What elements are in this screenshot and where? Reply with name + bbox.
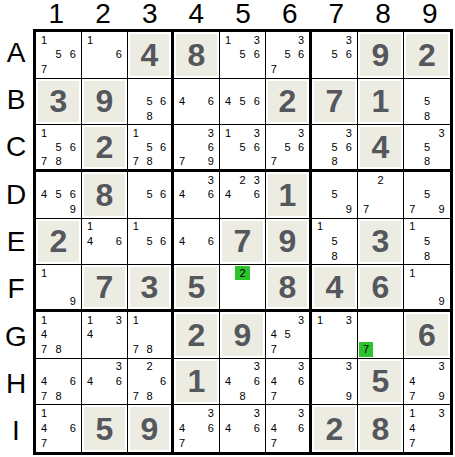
candidate-7: 7 [267, 62, 281, 77]
candidate-8: 8 [143, 389, 157, 404]
solved-cell-background: 1 [176, 361, 217, 403]
candidate-1: 1 [313, 313, 327, 328]
cell-B9[interactable]: 58 [404, 79, 450, 126]
cell-A6[interactable]: 3567 [266, 32, 312, 79]
cell-E3[interactable]: 156 [128, 219, 174, 266]
cell-F6[interactable]: 8 [266, 265, 312, 312]
solved-digit: 5 [188, 271, 206, 303]
candidate-7: 7 [267, 389, 281, 404]
cell-G2[interactable]: 134 [82, 312, 128, 359]
solved-digit: 6 [418, 319, 436, 351]
candidate-6: 6 [294, 374, 308, 389]
candidate-4: 4 [267, 374, 281, 389]
cell-A3[interactable]: 4 [128, 32, 174, 79]
cell-E6[interactable]: 9 [266, 219, 312, 266]
solved-cell-background: 5 [360, 361, 401, 403]
cell-F1[interactable]: 19 [36, 265, 82, 312]
cell-A5[interactable]: 1356 [220, 32, 266, 79]
cell-B8[interactable]: 1 [358, 79, 404, 126]
row-label-H: H [0, 360, 32, 407]
cell-C1[interactable]: 15678 [36, 125, 82, 172]
candidate-1: 1 [405, 220, 420, 235]
solved-cell-background: 2 [406, 34, 448, 76]
cell-F9[interactable]: 19 [404, 265, 450, 312]
row-label-B: B [0, 76, 32, 123]
candidate-4: 4 [37, 421, 51, 436]
candidate-6: 6 [112, 374, 126, 389]
cell-I1[interactable]: 1467 [36, 405, 82, 452]
candidate-7: 7 [37, 389, 51, 404]
cell-D4[interactable]: 346 [174, 172, 220, 219]
pencil-marks: 3567 [266, 32, 309, 78]
candidate-2-highlighted: 2 [235, 266, 249, 280]
candidate-6: 6 [156, 94, 170, 109]
pencil-marks: 56 [128, 172, 171, 218]
cell-D9[interactable]: 579 [404, 172, 450, 219]
candidate-6: 6 [294, 48, 308, 63]
solved-cell-background: 8 [268, 267, 307, 307]
candidate-2: 2 [143, 360, 157, 375]
pencil-marks: 19 [404, 265, 450, 309]
cell-A7[interactable]: 356 [312, 32, 358, 79]
pencil-marks: 1467 [36, 405, 81, 452]
candidate-9: 9 [204, 154, 218, 168]
candidate-7: 7 [37, 154, 51, 168]
cell-A9[interactable]: 2 [404, 32, 450, 79]
pencil-marks: 3467 [266, 359, 309, 405]
candidate-8: 8 [420, 154, 435, 168]
candidate-1: 1 [37, 33, 51, 48]
cell-E1[interactable]: 2 [36, 219, 82, 266]
candidate-9: 9 [434, 294, 449, 308]
candidate-8: 8 [143, 109, 157, 124]
candidate-8: 8 [143, 154, 157, 168]
cell-B4[interactable]: 46 [174, 79, 220, 126]
cell-A2[interactable]: 16 [82, 32, 128, 79]
candidate-3: 3 [250, 126, 264, 140]
cell-B2[interactable]: 9 [82, 79, 128, 126]
pencil-marks: 2346 [220, 172, 265, 218]
candidate-4: 4 [175, 421, 189, 436]
candidate-7: 7 [267, 342, 281, 357]
candidate-6: 6 [204, 421, 218, 436]
candidate-6: 6 [294, 140, 308, 154]
candidate-8: 8 [143, 342, 157, 357]
candidate-7: 7 [359, 202, 373, 217]
pencil-marks: 356 [312, 32, 357, 78]
cell-F4[interactable]: 5 [174, 265, 220, 312]
candidate-7: 7 [267, 436, 281, 451]
pencil-marks: 4569 [36, 172, 81, 218]
candidate-6: 6 [204, 140, 218, 154]
cell-H5[interactable]: 3468 [220, 359, 266, 406]
solved-digit: 4 [372, 131, 390, 163]
pencil-marks: 59 [312, 172, 357, 218]
cell-A4[interactable]: 8 [174, 32, 220, 79]
candidate-2: 2 [373, 173, 387, 188]
candidate-7: 7 [129, 389, 143, 404]
candidate-5: 5 [143, 234, 157, 249]
solved-digit: 2 [418, 39, 436, 71]
pencil-marks: 346 [82, 359, 127, 405]
cell-E5[interactable]: 7 [220, 219, 266, 266]
row-label-E: E [0, 218, 32, 265]
col-label-5: 5 [220, 0, 267, 28]
pencil-marks: 146 [82, 219, 127, 265]
pencil-marks: 3457 [266, 312, 309, 358]
cell-F8[interactable]: 6 [358, 265, 404, 312]
row-label-D: D [0, 171, 32, 218]
cell-A8[interactable]: 9 [358, 32, 404, 79]
cell-E4[interactable]: 46 [174, 219, 220, 266]
cell-H4[interactable]: 1 [174, 359, 220, 406]
candidate-6: 6 [342, 48, 356, 63]
candidate-5: 5 [327, 48, 341, 63]
pencil-marks: 13 [312, 312, 357, 358]
cell-E9[interactable]: 158 [404, 219, 450, 266]
candidate-4: 4 [221, 421, 235, 436]
candidate-4: 4 [175, 94, 189, 109]
pencil-marks: 178 [128, 312, 171, 358]
candidate-4: 4 [83, 234, 97, 249]
pencil-marks: 19 [36, 265, 81, 309]
candidate-7: 7 [37, 62, 51, 77]
candidate-9: 9 [434, 389, 449, 404]
candidate-4: 4 [37, 188, 51, 203]
solved-digit: 7 [326, 85, 344, 117]
pencil-marks: 1567 [36, 32, 81, 78]
col-label-9: 9 [406, 0, 453, 28]
candidate-1: 1 [83, 220, 97, 235]
cell-A1[interactable]: 1567 [36, 32, 82, 79]
candidate-1: 1 [83, 33, 97, 48]
candidate-7: 7 [129, 154, 143, 168]
candidate-5: 5 [281, 140, 295, 154]
pencil-marks: 16 [82, 32, 127, 78]
sudoku-grid: 1567164813563567356923956846456271581567… [33, 29, 453, 455]
candidate-4: 4 [37, 328, 51, 343]
col-label-4: 4 [173, 0, 220, 28]
cell-H6[interactable]: 3467 [266, 359, 312, 406]
candidate-3: 3 [342, 360, 356, 375]
candidate-6: 6 [156, 140, 170, 154]
pencil-marks: 1478 [36, 312, 81, 358]
candidate-3: 3 [294, 126, 308, 140]
candidate-6: 6 [112, 234, 126, 249]
candidate-7: 7 [267, 154, 281, 168]
pencil-marks: 15678 [128, 125, 171, 169]
cell-H8[interactable]: 5 [358, 359, 404, 406]
cell-B3[interactable]: 568 [128, 79, 174, 126]
pencil-marks: 579 [404, 172, 450, 218]
pencil-marks: 568 [128, 79, 171, 125]
cell-I7[interactable]: 2 [312, 405, 358, 452]
candidate-8: 8 [420, 109, 435, 124]
candidate-1: 1 [405, 266, 420, 280]
cell-I9[interactable]: 1347 [404, 405, 450, 452]
solved-cell-background: 7 [84, 267, 125, 307]
candidate-5: 5 [143, 140, 157, 154]
cell-F3[interactable]: 3 [128, 265, 174, 312]
row-labels: ABCDEFGHI [0, 29, 32, 455]
candidate-3: 3 [434, 360, 449, 375]
cell-G3[interactable]: 178 [128, 312, 174, 359]
solved-cell-background: 2 [314, 407, 355, 450]
candidate-5: 5 [420, 234, 435, 249]
solved-digit: 9 [234, 319, 252, 351]
solved-cell-background: 8 [176, 34, 217, 76]
solved-cell-background: 1 [360, 81, 401, 123]
candidate-6: 6 [250, 188, 264, 203]
candidate-5: 5 [235, 48, 249, 63]
pencil-marks: 39 [312, 359, 357, 405]
candidate-5: 5 [235, 140, 249, 154]
cell-D6[interactable]: 1 [266, 172, 312, 219]
candidate-6: 6 [66, 48, 80, 63]
cell-D7[interactable]: 59 [312, 172, 358, 219]
solved-digit: 4 [141, 39, 159, 71]
candidate-7: 7 [37, 342, 51, 357]
col-label-7: 7 [313, 0, 360, 28]
candidate-1: 1 [221, 126, 235, 140]
cell-C2[interactable]: 2 [82, 125, 128, 172]
candidate-9: 9 [66, 202, 80, 217]
cell-B6[interactable]: 2 [266, 79, 312, 126]
cell-H1[interactable]: 4678 [36, 359, 82, 406]
cell-G7[interactable]: 13 [312, 312, 358, 359]
col-label-8: 8 [360, 0, 407, 28]
cell-D5[interactable]: 2346 [220, 172, 266, 219]
pencil-marks: 3468 [220, 359, 265, 405]
cell-C7[interactable]: 3568 [312, 125, 358, 172]
candidate-4: 4 [267, 421, 281, 436]
pencil-marks: 1356 [220, 32, 265, 78]
cell-F7[interactable]: 4 [312, 265, 358, 312]
pencil-marks: 1347 [404, 405, 450, 452]
pencil-marks: 58 [404, 79, 450, 125]
pencil-marks: 2 [220, 265, 265, 309]
candidate-9: 9 [342, 389, 356, 404]
candidate-7: 7 [37, 436, 51, 451]
pencil-marks: 3479 [404, 359, 450, 405]
cell-I5[interactable]: 346 [220, 405, 266, 452]
column-labels: 123456789 [33, 0, 453, 28]
cell-D2[interactable]: 8 [82, 172, 128, 219]
solved-digit: 8 [279, 271, 297, 303]
cell-I8[interactable]: 8 [358, 405, 404, 452]
cell-C3[interactable]: 15678 [128, 125, 174, 172]
candidate-5: 5 [235, 94, 249, 109]
cell-I2[interactable]: 5 [82, 405, 128, 452]
candidate-5: 5 [281, 328, 295, 343]
candidate-1: 1 [405, 406, 420, 421]
cell-G9[interactable]: 6 [404, 312, 450, 359]
cell-D1[interactable]: 4569 [36, 172, 82, 219]
candidate-5: 5 [51, 48, 65, 63]
candidate-6: 6 [204, 94, 218, 109]
solved-cell-background: 3 [38, 81, 79, 123]
candidate-1: 1 [129, 220, 143, 235]
solved-cell-background: 5 [84, 407, 125, 450]
candidate-5: 5 [143, 94, 157, 109]
pencil-marks: 3567 [266, 125, 309, 169]
candidate-8: 8 [327, 154, 341, 168]
solved-digit: 3 [141, 271, 159, 303]
cell-H3[interactable]: 2678 [128, 359, 174, 406]
candidate-6: 6 [66, 140, 80, 154]
solved-cell-background: 4 [130, 34, 169, 76]
candidate-4: 4 [405, 421, 420, 436]
candidate-6: 6 [204, 188, 218, 203]
candidate-6: 6 [156, 234, 170, 249]
pencil-marks: 3679 [174, 125, 219, 169]
row-label-A: A [0, 29, 32, 76]
solved-cell-background: 6 [360, 267, 401, 307]
candidate-7: 7 [175, 436, 189, 451]
row-label-I: I [0, 408, 32, 455]
cell-G1[interactable]: 1478 [36, 312, 82, 359]
col-label-1: 1 [33, 0, 80, 28]
candidate-7: 7 [405, 436, 420, 451]
candidate-8: 8 [51, 154, 65, 168]
cell-H2[interactable]: 346 [82, 359, 128, 406]
pencil-marks: 3467 [174, 405, 219, 452]
cell-F2[interactable]: 7 [82, 265, 128, 312]
solved-digit: 1 [372, 85, 390, 117]
cell-C6[interactable]: 3567 [266, 125, 312, 172]
candidate-6: 6 [66, 374, 80, 389]
solved-digit: 8 [188, 39, 206, 71]
candidate-3: 3 [342, 33, 356, 48]
cell-H9[interactable]: 3479 [404, 359, 450, 406]
cell-E8[interactable]: 3 [358, 219, 404, 266]
pencil-marks: 7 [358, 312, 403, 358]
solved-digit: 5 [372, 365, 390, 397]
candidate-5: 5 [143, 188, 157, 203]
cell-G5[interactable]: 9 [220, 312, 266, 359]
cell-I6[interactable]: 3467 [266, 405, 312, 452]
candidate-5: 5 [420, 140, 435, 154]
cell-E2[interactable]: 146 [82, 219, 128, 266]
pencil-marks: 158 [312, 219, 357, 265]
solved-digit: 2 [326, 413, 344, 445]
candidate-4: 4 [221, 94, 235, 109]
cell-C5[interactable]: 1356 [220, 125, 266, 172]
candidate-1: 1 [37, 406, 51, 421]
candidate-6: 6 [66, 188, 80, 203]
cell-D8[interactable]: 27 [358, 172, 404, 219]
candidate-4: 4 [221, 188, 235, 203]
solved-cell-background: 1 [268, 174, 307, 216]
candidate-8: 8 [51, 342, 65, 357]
row-label-F: F [0, 266, 32, 313]
solved-cell-background: 8 [360, 407, 401, 450]
candidate-7: 7 [405, 202, 420, 217]
col-label-3: 3 [126, 0, 173, 28]
candidate-1: 1 [37, 126, 51, 140]
solved-cell-background: 4 [360, 127, 401, 167]
pencil-marks: 158 [404, 219, 450, 265]
solved-cell-background: 4 [314, 267, 355, 307]
cell-B5[interactable]: 456 [220, 79, 266, 126]
candidate-7-highlighted: 7 [359, 342, 373, 357]
solved-cell-background: 3 [130, 267, 169, 307]
candidate-3: 3 [434, 126, 449, 140]
pencil-marks: 134 [82, 312, 127, 358]
solved-cell-background: 2 [84, 127, 125, 167]
solved-digit: 1 [188, 365, 206, 397]
candidate-3: 3 [434, 406, 449, 421]
row-label-C: C [0, 124, 32, 171]
candidate-1: 1 [313, 220, 327, 235]
solved-digit: 1 [279, 179, 297, 211]
solved-cell-background: 9 [360, 34, 401, 76]
pencil-marks: 27 [358, 172, 403, 218]
solved-cell-background: 5 [176, 267, 217, 307]
solved-digit: 7 [234, 225, 252, 257]
candidate-5: 5 [51, 188, 65, 203]
candidate-6: 6 [250, 94, 264, 109]
candidate-5: 5 [420, 94, 435, 109]
candidate-6: 6 [294, 421, 308, 436]
candidate-3: 3 [250, 360, 264, 375]
candidate-3: 3 [250, 173, 264, 188]
cell-E7[interactable]: 158 [312, 219, 358, 266]
candidate-1: 1 [83, 313, 97, 328]
pencil-marks: 3568 [312, 125, 357, 169]
candidate-4: 4 [175, 188, 189, 203]
cell-F5[interactable]: 2 [220, 265, 266, 312]
cell-G6[interactable]: 3457 [266, 312, 312, 359]
candidate-6: 6 [250, 140, 264, 154]
cell-B1[interactable]: 3 [36, 79, 82, 126]
candidate-4: 4 [405, 374, 420, 389]
solved-cell-background: 9 [222, 314, 263, 356]
candidate-3: 3 [112, 313, 126, 328]
row-label-G: G [0, 313, 32, 360]
cell-I3[interactable]: 9 [128, 405, 174, 452]
solved-cell-background: 6 [406, 314, 448, 356]
cell-C8[interactable]: 4 [358, 125, 404, 172]
cell-I4[interactable]: 3467 [174, 405, 220, 452]
candidate-4: 4 [83, 374, 97, 389]
col-label-2: 2 [80, 0, 127, 28]
col-label-6: 6 [266, 0, 313, 28]
solved-cell-background: 7 [222, 221, 263, 263]
candidate-1: 1 [37, 266, 51, 280]
solved-cell-background: 7 [314, 81, 355, 123]
solved-digit: 9 [372, 39, 390, 71]
cell-H7[interactable]: 39 [312, 359, 358, 406]
candidate-6: 6 [250, 48, 264, 63]
candidate-5: 5 [327, 234, 341, 249]
cell-G8[interactable]: 7 [358, 312, 404, 359]
solved-digit: 2 [279, 85, 297, 117]
cell-C4[interactable]: 3679 [174, 125, 220, 172]
solved-digit: 2 [96, 131, 114, 163]
candidate-6: 6 [66, 421, 80, 436]
cell-D3[interactable]: 56 [128, 172, 174, 219]
candidate-4: 4 [267, 328, 281, 343]
cell-B7[interactable]: 7 [312, 79, 358, 126]
solved-digit: 2 [188, 319, 206, 351]
candidate-7: 7 [129, 342, 143, 357]
pencil-marks: 358 [404, 125, 450, 169]
cell-C9[interactable]: 358 [404, 125, 450, 172]
candidate-2: 2 [235, 173, 249, 188]
cell-G4[interactable]: 2 [174, 312, 220, 359]
pencil-marks: 46 [174, 219, 219, 265]
